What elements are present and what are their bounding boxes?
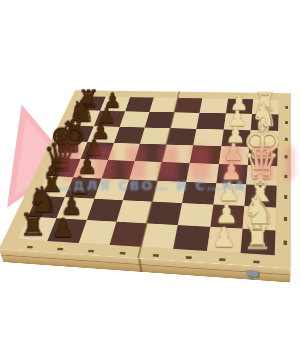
board-grid: ♜♟♟♜♞♟♟♞♝♟♟♝♚♟♟♚♛♟♟♛♝♟♟♝♞♟♟♞♜♟♟♜ — [18, 96, 279, 255]
square-h4 — [174, 98, 202, 113]
square-e5 — [134, 144, 166, 162]
piece-black-rook: ♜ — [20, 209, 47, 239]
board-frame: ♜♟♟♜♞♟♟♞♝♟♟♝♚♟♟♚♛♟♟♛♝♟♟♝♞♟♟♞♜♟♟♜ — [0, 90, 291, 268]
piece-white-pawn: ♟ — [211, 224, 236, 251]
square-d3 — [186, 163, 218, 183]
square-g3 — [197, 113, 226, 129]
coordinate-ticks-right — [283, 100, 288, 256]
square-h3 — [200, 98, 228, 113]
chess-board: ♜♟♟♜♞♟♟♞♝♟♟♝♚♟♟♚♛♟♟♛♝♟♟♝♞♟♟♞♜♟♟♜ — [0, 90, 291, 268]
product-photo: ♜♟♟♜♞♟♟♞♝♟♟♝♚♟♟♚♛♟♟♛♝♟♟♝♞♟♟♞♜♟♟♜ …ДЛЯ СВ… — [0, 0, 301, 354]
square-e3 — [190, 145, 221, 164]
latch-icon — [246, 270, 258, 277]
square-e4 — [162, 144, 193, 163]
side-fold-seam — [138, 258, 142, 272]
square-a6 — [78, 220, 116, 245]
square-a1: ♜ — [240, 228, 275, 255]
square-a2: ♟ — [206, 227, 242, 253]
photo-scene: ♜♟♟♜♞♟♟♞♝♟♟♝♚♟♟♚♛♟♟♛♝♟♟♝♞♟♟♞♜♟♟♜ — [0, 0, 301, 354]
square-f4 — [166, 128, 196, 145]
square-b3 — [178, 203, 213, 227]
square-d4 — [157, 162, 190, 182]
piece-white-rook: ♜ — [243, 221, 272, 253]
square-c4 — [152, 181, 186, 203]
square-a3 — [173, 225, 209, 251]
square-g4 — [170, 112, 199, 128]
square-f3 — [193, 129, 223, 146]
square-f6 — [114, 127, 145, 144]
square-c3 — [182, 182, 216, 204]
piece-black-pawn: ♟ — [52, 215, 75, 241]
